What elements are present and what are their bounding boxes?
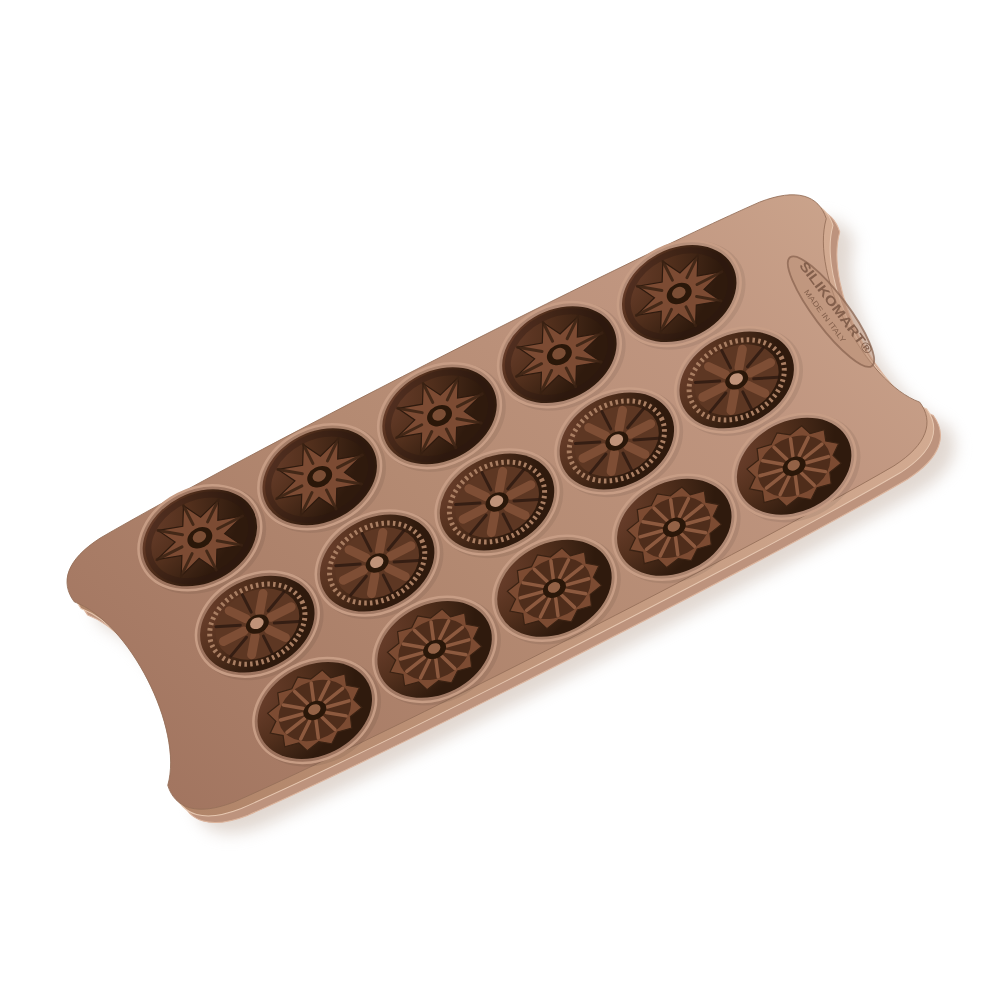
mold-tray: SILIKOMART® MADE IN ITALY (50, 166, 971, 862)
chocolate-mold-photo: SILIKOMART® MADE IN ITALY (0, 0, 1000, 1000)
product-photo-stage: SILIKOMART® MADE IN ITALY (0, 0, 1000, 1000)
